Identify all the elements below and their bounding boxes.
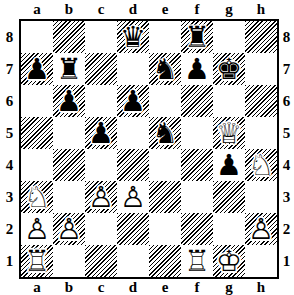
square-a5[interactable]: [21, 117, 53, 149]
piece-black-N-e7[interactable]: ♞: [149, 53, 181, 85]
square-f3[interactable]: [181, 181, 213, 213]
square-h8[interactable]: [245, 21, 277, 53]
piece-black-R-f8[interactable]: ♜: [181, 21, 213, 53]
square-b2[interactable]: ♟♙: [53, 213, 85, 245]
piece-black-K-g7[interactable]: ♚: [213, 53, 245, 85]
square-b4[interactable]: [53, 149, 85, 181]
file-label-d: d: [117, 280, 149, 295]
piece-white-outline: ♙: [245, 213, 277, 245]
piece-white-outline: ♘: [245, 149, 277, 181]
square-a1[interactable]: ♜♖: [21, 245, 53, 277]
piece-white-outline: ♔: [213, 245, 245, 277]
rank-label-8: 8: [279, 21, 294, 53]
square-c8[interactable]: [85, 21, 117, 53]
piece-white-outline: ♙: [53, 213, 85, 245]
piece-white-outline: ♙: [21, 213, 53, 245]
square-g7[interactable]: ♚: [213, 53, 245, 85]
piece-black-Q-d8[interactable]: ♛: [117, 21, 149, 53]
file-label-a: a: [21, 280, 53, 295]
square-f5[interactable]: [181, 117, 213, 149]
file-label-h: h: [245, 2, 277, 17]
square-g5[interactable]: ♛♕: [213, 117, 245, 149]
piece-white-N-h4[interactable]: ♞♘: [245, 149, 277, 181]
square-a3[interactable]: ♞♘: [21, 181, 53, 213]
piece-white-K-g1[interactable]: ♚♔: [213, 245, 245, 277]
file-label-e: e: [149, 2, 181, 17]
square-a2[interactable]: ♟♙: [21, 213, 53, 245]
square-b8[interactable]: [53, 21, 85, 53]
file-label-e: e: [149, 280, 181, 295]
piece-black-N-e5[interactable]: ♞: [149, 117, 181, 149]
rank-label-8: 8: [0, 21, 19, 53]
rank-label-5: 5: [0, 117, 19, 149]
file-label-f: f: [181, 2, 213, 17]
file-label-h: h: [245, 280, 277, 295]
square-b1[interactable]: [53, 245, 85, 277]
piece-black-P-b6[interactable]: ♟: [53, 85, 85, 117]
piece-white-R-a1[interactable]: ♜♖: [21, 245, 53, 277]
square-f1[interactable]: ♜♖: [181, 245, 213, 277]
square-e8[interactable]: [149, 21, 181, 53]
square-d8[interactable]: ♛: [117, 21, 149, 53]
rank-label-6: 6: [0, 85, 19, 117]
square-d4[interactable]: [117, 149, 149, 181]
piece-black-P-d6[interactable]: ♟: [117, 85, 149, 117]
square-g2[interactable]: [213, 213, 245, 245]
square-c6[interactable]: [85, 85, 117, 117]
piece-black-P-f7[interactable]: ♟: [181, 53, 213, 85]
square-e1[interactable]: [149, 245, 181, 277]
file-label-c: c: [85, 2, 117, 17]
square-e6[interactable]: [149, 85, 181, 117]
square-d7[interactable]: [117, 53, 149, 85]
square-a8[interactable]: [21, 21, 53, 53]
piece-white-outline: ♖: [181, 245, 213, 277]
rank-label-6: 6: [279, 85, 294, 117]
file-label-c: c: [85, 280, 117, 295]
square-e7[interactable]: ♞: [149, 53, 181, 85]
piece-white-P-b2[interactable]: ♟♙: [53, 213, 85, 245]
square-b3[interactable]: [53, 181, 85, 213]
piece-black-P-c5[interactable]: ♟: [85, 117, 117, 149]
square-b5[interactable]: [53, 117, 85, 149]
square-d2[interactable]: [117, 213, 149, 245]
rank-label-3: 3: [279, 181, 294, 213]
square-e3[interactable]: [149, 181, 181, 213]
square-e4[interactable]: [149, 149, 181, 181]
square-h7[interactable]: [245, 53, 277, 85]
rank-label-7: 7: [0, 53, 19, 85]
rank-label-4: 4: [0, 149, 19, 181]
square-e5[interactable]: ♞: [149, 117, 181, 149]
file-label-b: b: [53, 280, 85, 295]
square-f7[interactable]: ♟: [181, 53, 213, 85]
piece-white-P-d3[interactable]: ♟♙: [117, 181, 149, 213]
piece-white-P-a2[interactable]: ♟♙: [21, 213, 53, 245]
rank-labels-right: 87654321: [279, 21, 294, 277]
rank-label-4: 4: [279, 149, 294, 181]
piece-white-outline: ♘: [21, 181, 53, 213]
piece-black-P-g4[interactable]: ♟: [213, 149, 245, 181]
square-a6[interactable]: [21, 85, 53, 117]
piece-black-R-b7[interactable]: ♜: [53, 53, 85, 85]
square-g3[interactable]: [213, 181, 245, 213]
square-a4[interactable]: [21, 149, 53, 181]
piece-white-outline: ♙: [85, 181, 117, 213]
file-label-b: b: [53, 2, 85, 17]
piece-white-outline: ♕: [213, 117, 245, 149]
piece-white-N-a3[interactable]: ♞♘: [21, 181, 53, 213]
square-h6[interactable]: [245, 85, 277, 117]
square-c2[interactable]: [85, 213, 117, 245]
rank-label-2: 2: [0, 213, 19, 245]
square-f2[interactable]: [181, 213, 213, 245]
piece-white-outline: ♖: [21, 245, 53, 277]
square-h1[interactable]: [245, 245, 277, 277]
rank-label-2: 2: [279, 213, 294, 245]
square-d1[interactable]: [117, 245, 149, 277]
square-g6[interactable]: [213, 85, 245, 117]
piece-white-outline: ♙: [117, 181, 149, 213]
square-e2[interactable]: [149, 213, 181, 245]
square-g8[interactable]: [213, 21, 245, 53]
rank-label-5: 5: [279, 117, 294, 149]
piece-white-P-h2[interactable]: ♟♙: [245, 213, 277, 245]
square-a7[interactable]: ♟: [21, 53, 53, 85]
file-label-g: g: [213, 2, 245, 17]
square-h4[interactable]: ♞♘: [245, 149, 277, 181]
rank-label-3: 3: [0, 181, 19, 213]
square-g4[interactable]: ♟: [213, 149, 245, 181]
square-f6[interactable]: [181, 85, 213, 117]
square-d3[interactable]: ♟♙: [117, 181, 149, 213]
square-c3[interactable]: ♟♙: [85, 181, 117, 213]
square-f8[interactable]: ♜: [181, 21, 213, 53]
file-labels-bottom: abcdefgh: [21, 279, 277, 295]
piece-black-P-a7[interactable]: ♟: [21, 53, 53, 85]
board: ♛♜♟♜♞♟♚♟♟♟♞♛♕♟♞♘♞♘♟♙♟♙♟♙♟♙♟♙♜♖♜♖♚♔: [19, 19, 279, 279]
chess-diagram: abcdefgh 87654321 ♛♜♟♜♞♟♚♟♟♟♞♛♕♟♞♘♞♘♟♙♟♙…: [0, 0, 294, 295]
piece-white-Q-g5[interactable]: ♛♕: [213, 117, 245, 149]
square-h3[interactable]: [245, 181, 277, 213]
square-d6[interactable]: ♟: [117, 85, 149, 117]
square-b7[interactable]: ♜: [53, 53, 85, 85]
piece-white-R-f1[interactable]: ♜♖: [181, 245, 213, 277]
piece-white-P-c3[interactable]: ♟♙: [85, 181, 117, 213]
square-c4[interactable]: [85, 149, 117, 181]
file-label-d: d: [117, 2, 149, 17]
square-c7[interactable]: [85, 53, 117, 85]
square-c5[interactable]: ♟: [85, 117, 117, 149]
square-g1[interactable]: ♚♔: [213, 245, 245, 277]
square-h5[interactable]: [245, 117, 277, 149]
rank-labels-left: 87654321: [0, 21, 19, 277]
file-label-a: a: [21, 2, 53, 17]
rank-label-7: 7: [279, 53, 294, 85]
rank-label-1: 1: [279, 245, 294, 277]
square-b6[interactable]: ♟: [53, 85, 85, 117]
rank-label-1: 1: [0, 245, 19, 277]
file-label-g: g: [213, 280, 245, 295]
square-d5[interactable]: [117, 117, 149, 149]
square-c1[interactable]: [85, 245, 117, 277]
file-label-f: f: [181, 280, 213, 295]
file-labels-top: abcdefgh: [21, 0, 277, 19]
square-h2[interactable]: ♟♙: [245, 213, 277, 245]
square-f4[interactable]: [181, 149, 213, 181]
